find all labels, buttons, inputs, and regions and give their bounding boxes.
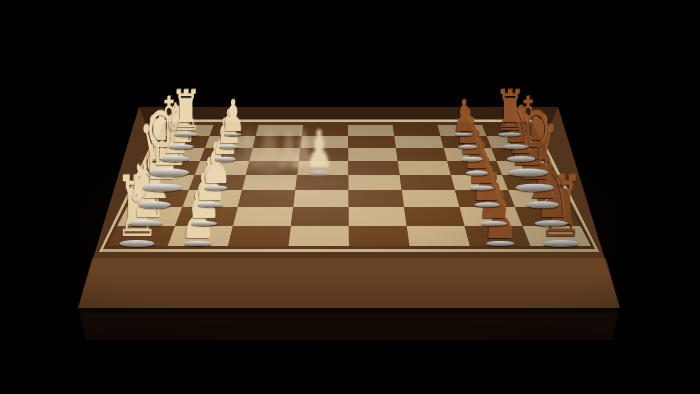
chess-photo-scene: ♜♟♟♜♞♟♟♞♝♟♟♝♛♟♟♛♚♟♟♟♟♟♟♟♚♝♟♟♝♞♟♟♞♜♟♟♜ xyxy=(0,0,700,394)
black-pawn-h7: ♟ xyxy=(444,94,483,138)
chess-pieces-layer: ♜♟♟♜♞♟♟♞♝♟♟♝♛♟♟♛♚♟♟♟♟♟♟♟♚♝♟♟♝♞♟♟♞♜♟♟♜ xyxy=(0,0,700,394)
white-rook-h1: ♜ xyxy=(161,82,211,138)
black-rook-h8: ♜ xyxy=(485,82,535,138)
white-pawn-e4: ♟ xyxy=(295,124,342,177)
white-pawn-h2: ♟ xyxy=(213,94,252,138)
